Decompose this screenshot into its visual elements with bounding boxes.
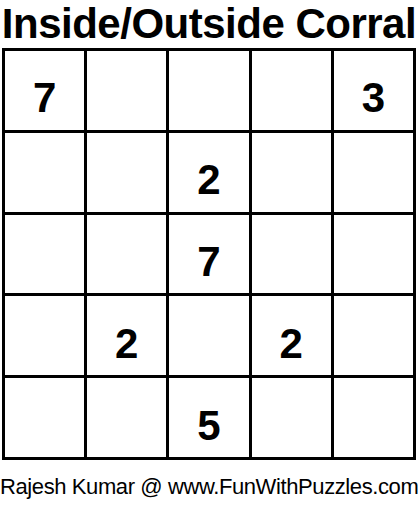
grid-cell-r2c4[interactable] — [252, 133, 331, 212]
grid-cell-r3c5[interactable] — [334, 215, 413, 294]
grid-cell-r3c3[interactable]: 7 — [169, 215, 248, 294]
puzzle-title: Inside/Outside Corral — [0, 0, 418, 46]
grid-cell-r2c2[interactable] — [87, 133, 166, 212]
grid-cell-r4c1[interactable] — [5, 296, 84, 375]
clue-number: 2 — [115, 323, 138, 365]
grid-cell-r1c5[interactable]: 3 — [334, 51, 413, 130]
grid-cell-r4c5[interactable] — [334, 296, 413, 375]
grid-cell-r3c1[interactable] — [5, 215, 84, 294]
clue-number: 5 — [197, 405, 220, 447]
grid-cell-r5c1[interactable] — [5, 378, 84, 457]
grid-cell-r2c1[interactable] — [5, 133, 84, 212]
grid-cell-r1c2[interactable] — [87, 51, 166, 130]
grid-cell-r5c3[interactable]: 5 — [169, 378, 248, 457]
grid-cell-r3c4[interactable] — [252, 215, 331, 294]
grid-cell-r4c2[interactable]: 2 — [87, 296, 166, 375]
clue-number: 7 — [33, 77, 56, 119]
clue-number: 3 — [362, 77, 385, 119]
page: { "game": "Inside/Outside Corral (Corral… — [0, 0, 418, 506]
clue-number: 7 — [197, 241, 220, 283]
grid-cell-r1c1[interactable]: 7 — [5, 51, 84, 130]
grid-cell-r5c5[interactable] — [334, 378, 413, 457]
clue-number: 2 — [280, 323, 303, 365]
grid-cell-r3c2[interactable] — [87, 215, 166, 294]
grid-cell-r5c4[interactable] — [252, 378, 331, 457]
grid-cell-r5c2[interactable] — [87, 378, 166, 457]
grid-cell-r4c4[interactable]: 2 — [252, 296, 331, 375]
clue-number: 2 — [197, 159, 220, 201]
puzzle-grid: 7327225 — [2, 48, 416, 460]
grid-cell-r2c3[interactable]: 2 — [169, 133, 248, 212]
grid-cell-r1c4[interactable] — [252, 51, 331, 130]
grid-cell-r4c3[interactable] — [169, 296, 248, 375]
grid-cell-r1c3[interactable] — [169, 51, 248, 130]
grid-cell-r2c5[interactable] — [334, 133, 413, 212]
credit-line: Rajesh Kumar @ www.FunWithPuzzles.com — [0, 474, 418, 500]
